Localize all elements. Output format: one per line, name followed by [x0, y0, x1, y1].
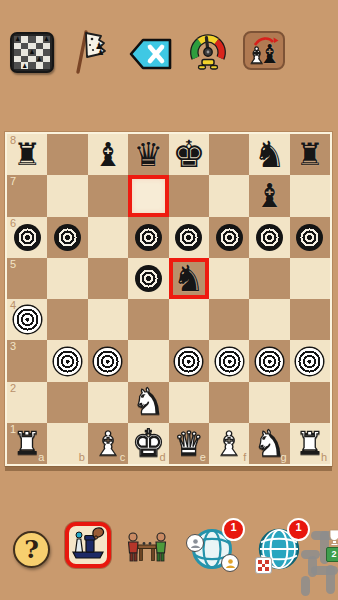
- undo-button[interactable]: [128, 36, 174, 75]
- white-bia-pawn: [256, 348, 283, 375]
- black-bia-pawn: [135, 224, 162, 251]
- black-ruea-rook: ♜: [296, 139, 324, 170]
- square-f1[interactable]: f♝: [209, 423, 249, 464]
- square-h3[interactable]: [290, 340, 330, 381]
- white-khun-king: ♚: [132, 425, 165, 462]
- trophy-icon: [329, 529, 338, 546]
- white-ma-knight: ♞: [132, 384, 164, 420]
- square-g1[interactable]: g♞: [249, 423, 289, 464]
- resign-button[interactable]: ♟ ♟: [70, 28, 112, 78]
- board-setup-button[interactable]: ♟♟♟♟♟: [10, 32, 54, 73]
- square-h7[interactable]: [290, 175, 330, 216]
- square-a7[interactable]: 7: [7, 175, 47, 216]
- play-vs-computer-button[interactable]: [65, 522, 111, 568]
- square-g3[interactable]: [249, 340, 289, 381]
- square-c2[interactable]: [88, 382, 128, 423]
- square-d8[interactable]: ♛: [128, 134, 168, 175]
- app-logo-chip-icon: [255, 557, 272, 574]
- black-met-queen: ♛: [134, 138, 164, 171]
- black-bia-pawn: [256, 224, 283, 251]
- square-g2[interactable]: [249, 382, 289, 423]
- square-h4[interactable]: [290, 299, 330, 340]
- rank-label: 5: [10, 259, 16, 270]
- square-f5[interactable]: [209, 258, 249, 299]
- square-d7[interactable]: [128, 175, 168, 216]
- square-e1[interactable]: e♛: [169, 423, 209, 464]
- square-c6[interactable]: [88, 217, 128, 258]
- rank-label: 6: [10, 218, 16, 229]
- white-bia-pawn: [296, 348, 323, 375]
- square-e6[interactable]: [169, 217, 209, 258]
- friends-notification-badge: 1: [222, 518, 245, 541]
- difficulty-button[interactable]: [188, 31, 228, 74]
- square-g8[interactable]: ♞: [249, 134, 289, 175]
- square-g4[interactable]: [249, 299, 289, 340]
- square-c5[interactable]: [88, 258, 128, 299]
- square-b6[interactable]: [47, 217, 87, 258]
- square-e3[interactable]: [169, 340, 209, 381]
- square-b8[interactable]: [47, 134, 87, 175]
- square-b7[interactable]: [47, 175, 87, 216]
- square-h1[interactable]: h♜: [290, 423, 330, 464]
- user-chip-icon: [186, 534, 204, 552]
- black-bia-pawn: [216, 224, 243, 251]
- square-c1[interactable]: c♝: [88, 423, 128, 464]
- mini-chessboard-icon: ♟♟♟♟♟: [10, 32, 54, 73]
- online-notification-badge: 1: [287, 518, 310, 541]
- square-d2[interactable]: ♞: [128, 382, 168, 423]
- back-arrow-x-icon: [128, 36, 174, 72]
- square-h5[interactable]: [290, 258, 330, 299]
- square-c7[interactable]: [88, 175, 128, 216]
- white-bia-pawn: [94, 348, 121, 375]
- square-a2[interactable]: 2: [7, 382, 47, 423]
- rank-label: 7: [10, 176, 16, 187]
- white-ma-knight: ♞: [253, 426, 285, 462]
- square-h2[interactable]: [290, 382, 330, 423]
- black-ruea-rook: ♜: [13, 139, 41, 170]
- square-g7[interactable]: ♝: [249, 175, 289, 216]
- square-h6[interactable]: [290, 217, 330, 258]
- local-two-player-button[interactable]: [126, 529, 168, 570]
- white-met-queen: ♛: [174, 427, 204, 460]
- square-e7[interactable]: [169, 175, 209, 216]
- square-b2[interactable]: [47, 382, 87, 423]
- file-label: b: [79, 452, 85, 463]
- question-mark-icon: ?: [24, 535, 39, 564]
- swap-white-black-pieces-icon: ♝ ♝: [243, 31, 285, 70]
- square-f7[interactable]: [209, 175, 249, 216]
- app-screen: ♟♟♟♟♟ ♟ ♟: [0, 0, 338, 600]
- square-f6[interactable]: [209, 217, 249, 258]
- square-d4[interactable]: [128, 299, 168, 340]
- white-khon-bishop: ♝: [93, 427, 123, 460]
- online-friends-button[interactable]: 1: [190, 527, 236, 573]
- black-ma-knight: ♞: [173, 261, 205, 297]
- switch-sides-button[interactable]: ♝ ♝: [243, 31, 285, 70]
- black-bia-pawn: [54, 224, 81, 251]
- black-khon-bishop: ♝: [255, 179, 285, 212]
- white-khon-bishop: ♝: [214, 427, 244, 460]
- square-f3[interactable]: [209, 340, 249, 381]
- black-khun-king: ♚: [172, 136, 205, 173]
- square-a4[interactable]: 4: [7, 299, 47, 340]
- square-a3[interactable]: 3: [7, 340, 47, 381]
- board-frame: 8♜♝♛♚♞♜7♝65♞432♞1a♜bc♝d♚e♛f♝g♞h♜: [5, 132, 332, 466]
- square-d1[interactable]: d♚: [128, 423, 168, 464]
- square-e2[interactable]: [169, 382, 209, 423]
- svg-text:♟: ♟: [97, 48, 104, 57]
- black-bia-pawn: [135, 265, 162, 292]
- square-b3[interactable]: [47, 340, 87, 381]
- square-c8[interactable]: ♝: [88, 134, 128, 175]
- store-green-badge: 2: [326, 547, 338, 562]
- black-ma-knight: ♞: [253, 137, 285, 173]
- square-h8[interactable]: ♜: [290, 134, 330, 175]
- online-play-button[interactable]: 1: [257, 527, 303, 573]
- speedometer-gauge-icon: [188, 31, 228, 71]
- square-c4[interactable]: [88, 299, 128, 340]
- square-a5[interactable]: 5: [7, 258, 47, 299]
- rank-label: 4: [10, 300, 16, 311]
- square-a6[interactable]: 6: [7, 217, 47, 258]
- square-e5[interactable]: ♞: [169, 258, 209, 299]
- square-d5[interactable]: [128, 258, 168, 299]
- square-a8[interactable]: 8♜: [7, 134, 47, 175]
- white-ruea-rook: ♜: [13, 428, 41, 459]
- rank-label: 2: [10, 383, 16, 394]
- white-ruea-rook: ♜: [296, 428, 324, 459]
- square-d6[interactable]: [128, 217, 168, 258]
- black-bia-pawn: [14, 224, 41, 251]
- board-grid: 8♜♝♛♚♞♜7♝65♞432♞1a♜bc♝d♚e♛f♝g♞h♜: [7, 134, 330, 464]
- help-button[interactable]: ?: [13, 531, 50, 568]
- square-f2[interactable]: [209, 382, 249, 423]
- black-bia-pawn: [175, 224, 202, 251]
- white-bia-pawn: [54, 348, 81, 375]
- square-e8[interactable]: ♚: [169, 134, 209, 175]
- square-c3[interactable]: [88, 340, 128, 381]
- rank-label: 3: [10, 341, 16, 352]
- square-g5[interactable]: [249, 258, 289, 299]
- square-f4[interactable]: [209, 299, 249, 340]
- square-d3[interactable]: [128, 340, 168, 381]
- white-bia-pawn: [216, 348, 243, 375]
- black-khon-bishop: ♝: [93, 138, 123, 171]
- two-players-table-icon: [126, 529, 168, 567]
- white-bia-pawn: [175, 348, 202, 375]
- white-flag-icon: ♟ ♟: [70, 28, 112, 75]
- square-g6[interactable]: [249, 217, 289, 258]
- square-e4[interactable]: [169, 299, 209, 340]
- square-b1[interactable]: b: [47, 423, 87, 464]
- user-chip-icon: [221, 554, 239, 572]
- black-bia-pawn: [296, 224, 323, 251]
- hand-moving-piece-icon: [69, 526, 107, 562]
- square-f8[interactable]: [209, 134, 249, 175]
- square-a1[interactable]: 1a♜: [7, 423, 47, 464]
- square-b4[interactable]: [47, 299, 87, 340]
- white-bia-pawn: [14, 306, 41, 333]
- square-b5[interactable]: [47, 258, 87, 299]
